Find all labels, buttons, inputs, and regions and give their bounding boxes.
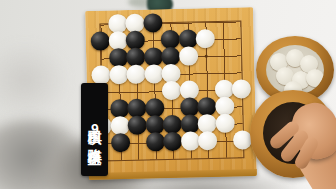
- white-stone: [144, 64, 163, 83]
- banner-title: 围棋9路棋盘: [81, 119, 108, 141]
- black-stone: [145, 132, 164, 151]
- black-stone: [143, 13, 162, 32]
- go-board: [85, 7, 257, 180]
- white-stone-bowl-interior: [266, 45, 324, 95]
- white-stone: [232, 79, 251, 98]
- black-stone: [110, 133, 129, 152]
- screenshot: 围棋9路棋盘: [0, 0, 336, 189]
- bowl-white-stone: [306, 69, 324, 87]
- white-stone: [178, 46, 197, 65]
- white-stone: [215, 114, 234, 133]
- star-point: [205, 55, 208, 58]
- white-stone: [109, 65, 128, 84]
- title-banner: 围棋9路棋盘: [81, 83, 108, 176]
- white-stone: [180, 131, 199, 150]
- ink-wash-light: [0, 40, 70, 120]
